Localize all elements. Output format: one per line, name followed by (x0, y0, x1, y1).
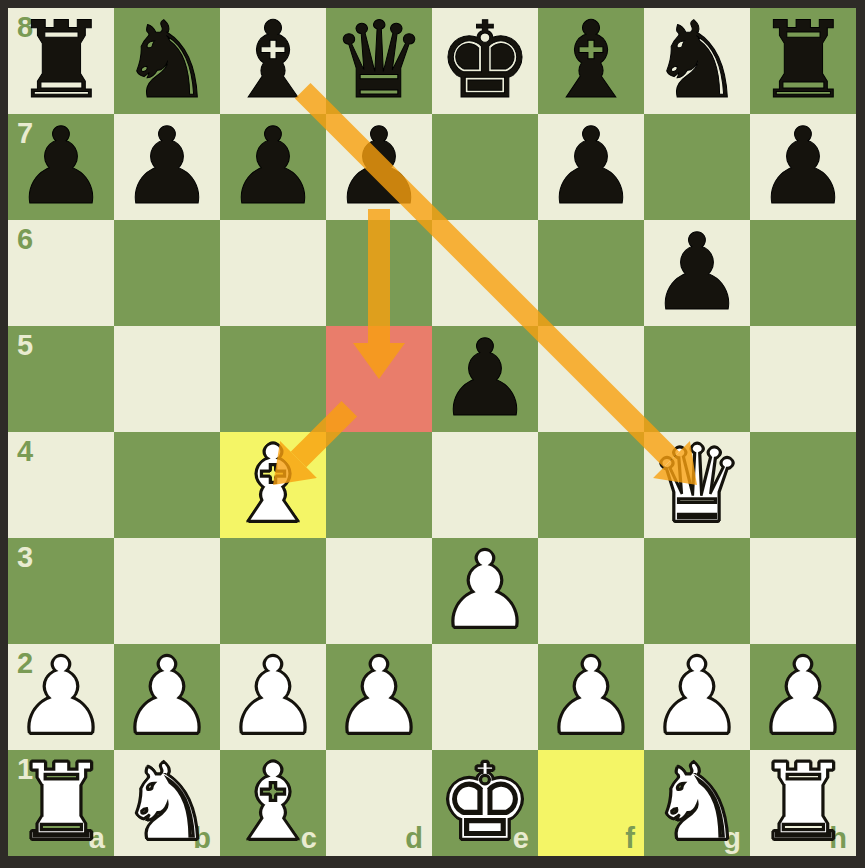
white-pawn-e3[interactable]: ♟ (432, 538, 538, 644)
square-f5[interactable] (538, 326, 644, 432)
rank-label-3: 3 (17, 541, 33, 574)
square-g5[interactable] (644, 326, 750, 432)
square-f8[interactable]: ♝ (538, 8, 644, 114)
square-h7[interactable]: ♟ (750, 114, 856, 220)
square-h5[interactable] (750, 326, 856, 432)
white-knight-b1[interactable]: ♞ (114, 750, 220, 856)
square-e8[interactable]: ♚ (432, 8, 538, 114)
black-knight-b8[interactable]: ♞ (114, 8, 220, 114)
square-d3[interactable] (326, 538, 432, 644)
square-d8[interactable]: ♛ (326, 8, 432, 114)
square-b4[interactable] (114, 432, 220, 538)
white-pawn-h2[interactable]: ♟ (750, 644, 856, 750)
square-e5[interactable]: ♟ (432, 326, 538, 432)
white-pawn-f2[interactable]: ♟ (538, 644, 644, 750)
square-e1[interactable]: e♚ (432, 750, 538, 856)
square-f2[interactable]: ♟ (538, 644, 644, 750)
white-pawn-c2[interactable]: ♟ (220, 644, 326, 750)
square-a8[interactable]: 8♜ (8, 8, 114, 114)
chess-board: 8♜♞♝♛♚♝♞♜7♟♟♟♟♟♟6♟5♟4♝♛3♟2♟♟♟♟♟♟♟1a♜b♞c♝… (8, 8, 856, 856)
black-pawn-e5[interactable]: ♟ (432, 326, 538, 432)
square-e6[interactable] (432, 220, 538, 326)
square-d1[interactable]: d (326, 750, 432, 856)
black-pawn-g6[interactable]: ♟ (644, 220, 750, 326)
yellow-highlight-f1 (538, 750, 644, 856)
square-h1[interactable]: h♜ (750, 750, 856, 856)
white-bishop-c4[interactable]: ♝ (220, 432, 326, 538)
black-pawn-b7[interactable]: ♟ (114, 114, 220, 220)
square-b3[interactable] (114, 538, 220, 644)
square-d5[interactable] (326, 326, 432, 432)
square-h6[interactable] (750, 220, 856, 326)
square-c7[interactable]: ♟ (220, 114, 326, 220)
square-f6[interactable] (538, 220, 644, 326)
square-c2[interactable]: ♟ (220, 644, 326, 750)
black-queen-d8[interactable]: ♛ (326, 8, 432, 114)
file-label-d: d (405, 822, 423, 855)
square-g1[interactable]: g♞ (644, 750, 750, 856)
black-pawn-d7[interactable]: ♟ (326, 114, 432, 220)
black-pawn-a7[interactable]: ♟ (8, 114, 114, 220)
square-a4[interactable]: 4 (8, 432, 114, 538)
square-b6[interactable] (114, 220, 220, 326)
white-pawn-a2[interactable]: ♟ (8, 644, 114, 750)
white-pawn-g2[interactable]: ♟ (644, 644, 750, 750)
white-queen-g4[interactable]: ♛ (644, 432, 750, 538)
black-pawn-h7[interactable]: ♟ (750, 114, 856, 220)
rank-label-4: 4 (17, 435, 33, 468)
square-g2[interactable]: ♟ (644, 644, 750, 750)
square-g7[interactable] (644, 114, 750, 220)
square-h8[interactable]: ♜ (750, 8, 856, 114)
rank-label-5: 5 (17, 329, 33, 362)
square-g6[interactable]: ♟ (644, 220, 750, 326)
square-c8[interactable]: ♝ (220, 8, 326, 114)
square-e2[interactable] (432, 644, 538, 750)
square-a5[interactable]: 5 (8, 326, 114, 432)
black-pawn-c7[interactable]: ♟ (220, 114, 326, 220)
white-rook-a1[interactable]: ♜ (8, 750, 114, 856)
black-bishop-f8[interactable]: ♝ (538, 8, 644, 114)
square-e3[interactable]: ♟ (432, 538, 538, 644)
square-a1[interactable]: 1a♜ (8, 750, 114, 856)
square-b2[interactable]: ♟ (114, 644, 220, 750)
square-h3[interactable] (750, 538, 856, 644)
white-knight-g1[interactable]: ♞ (644, 750, 750, 856)
square-g8[interactable]: ♞ (644, 8, 750, 114)
white-rook-h1[interactable]: ♜ (750, 750, 856, 856)
square-d4[interactable] (326, 432, 432, 538)
square-f4[interactable] (538, 432, 644, 538)
white-pawn-b2[interactable]: ♟ (114, 644, 220, 750)
square-b5[interactable] (114, 326, 220, 432)
black-bishop-c8[interactable]: ♝ (220, 8, 326, 114)
black-king-e8[interactable]: ♚ (432, 8, 538, 114)
square-a7[interactable]: 7♟ (8, 114, 114, 220)
square-h4[interactable] (750, 432, 856, 538)
square-c1[interactable]: c♝ (220, 750, 326, 856)
white-king-e1[interactable]: ♚ (432, 750, 538, 856)
square-c5[interactable] (220, 326, 326, 432)
square-a3[interactable]: 3 (8, 538, 114, 644)
black-knight-g8[interactable]: ♞ (644, 8, 750, 114)
white-pawn-d2[interactable]: ♟ (326, 644, 432, 750)
black-rook-a8[interactable]: ♜ (8, 8, 114, 114)
app-background: 8♜♞♝♛♚♝♞♜7♟♟♟♟♟♟6♟5♟4♝♛3♟2♟♟♟♟♟♟♟1a♜b♞c♝… (0, 0, 865, 868)
square-d7[interactable]: ♟ (326, 114, 432, 220)
black-pawn-f7[interactable]: ♟ (538, 114, 644, 220)
square-b7[interactable]: ♟ (114, 114, 220, 220)
square-f3[interactable] (538, 538, 644, 644)
red-highlight-d5 (326, 326, 432, 432)
square-e7[interactable] (432, 114, 538, 220)
square-c3[interactable] (220, 538, 326, 644)
square-c6[interactable] (220, 220, 326, 326)
square-b1[interactable]: b♞ (114, 750, 220, 856)
square-b8[interactable]: ♞ (114, 8, 220, 114)
square-d2[interactable]: ♟ (326, 644, 432, 750)
square-a2[interactable]: 2♟ (8, 644, 114, 750)
white-bishop-c1[interactable]: ♝ (220, 750, 326, 856)
square-c4[interactable]: ♝ (220, 432, 326, 538)
square-h2[interactable]: ♟ (750, 644, 856, 750)
square-g4[interactable]: ♛ (644, 432, 750, 538)
black-rook-h8[interactable]: ♜ (750, 8, 856, 114)
square-d6[interactable] (326, 220, 432, 326)
square-f1[interactable]: f (538, 750, 644, 856)
square-e4[interactable] (432, 432, 538, 538)
square-g3[interactable] (644, 538, 750, 644)
square-f7[interactable]: ♟ (538, 114, 644, 220)
square-a6[interactable]: 6 (8, 220, 114, 326)
